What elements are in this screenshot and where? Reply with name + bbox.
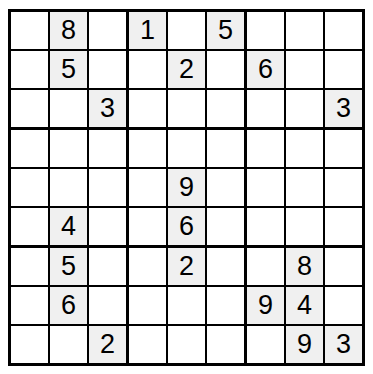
cell-r3c7[interactable]	[247, 90, 286, 130]
cell-r8c3[interactable]	[89, 287, 129, 326]
cell-r6c8[interactable]	[286, 208, 325, 248]
cell-r4c9[interactable]	[325, 130, 362, 169]
cell-r3c4[interactable]	[129, 90, 168, 130]
cell-r1c8[interactable]	[286, 12, 325, 51]
cell-r5c9[interactable]	[325, 169, 362, 208]
cell-r9c4[interactable]	[129, 326, 168, 363]
cell-r5c6[interactable]	[207, 169, 247, 208]
cell-r6c3[interactable]	[89, 208, 129, 248]
cell-r2c6[interactable]	[207, 51, 247, 90]
cell-r4c2[interactable]	[50, 130, 89, 169]
cell-r1c5[interactable]	[168, 12, 207, 51]
cell-r1c9[interactable]	[325, 12, 362, 51]
cell-r3c6[interactable]	[207, 90, 247, 130]
cell-r4c3[interactable]	[89, 130, 129, 169]
cell-r7c3[interactable]	[89, 248, 129, 287]
cell-r2c2[interactable]: 5	[50, 51, 89, 90]
cell-r6c9[interactable]	[325, 208, 362, 248]
cell-r5c5[interactable]: 9	[168, 169, 207, 208]
cell-r4c7[interactable]	[247, 130, 286, 169]
cell-r1c2[interactable]: 8	[50, 12, 89, 51]
cell-r2c4[interactable]	[129, 51, 168, 90]
cell-r2c8[interactable]	[286, 51, 325, 90]
cell-r4c8[interactable]	[286, 130, 325, 169]
cell-r4c6[interactable]	[207, 130, 247, 169]
cell-r9c8[interactable]: 9	[286, 326, 325, 363]
cell-r1c3[interactable]	[89, 12, 129, 51]
cell-r3c2[interactable]	[50, 90, 89, 130]
cell-r7c4[interactable]	[129, 248, 168, 287]
cell-r3c1[interactable]	[11, 90, 50, 130]
cell-r8c7[interactable]: 9	[247, 287, 286, 326]
cell-r7c9[interactable]	[325, 248, 362, 287]
cell-r8c9[interactable]	[325, 287, 362, 326]
cell-r9c5[interactable]	[168, 326, 207, 363]
cell-r1c4[interactable]: 1	[129, 12, 168, 51]
cell-r4c1[interactable]	[11, 130, 50, 169]
cell-r6c7[interactable]	[247, 208, 286, 248]
cell-r5c2[interactable]	[50, 169, 89, 208]
cell-r3c3[interactable]: 3	[89, 90, 129, 130]
cell-r4c4[interactable]	[129, 130, 168, 169]
cell-r5c8[interactable]	[286, 169, 325, 208]
cell-r7c8[interactable]: 8	[286, 248, 325, 287]
cell-r8c5[interactable]	[168, 287, 207, 326]
cell-r7c2[interactable]: 5	[50, 248, 89, 287]
cell-r6c4[interactable]	[129, 208, 168, 248]
cell-r2c7[interactable]: 6	[247, 51, 286, 90]
cell-r8c4[interactable]	[129, 287, 168, 326]
cell-r2c9[interactable]	[325, 51, 362, 90]
cell-r6c6[interactable]	[207, 208, 247, 248]
cell-r1c1[interactable]	[11, 12, 50, 51]
cell-r3c8[interactable]	[286, 90, 325, 130]
sudoku-board: 81552633946528694293	[8, 9, 365, 366]
cell-r6c1[interactable]	[11, 208, 50, 248]
cell-r5c4[interactable]	[129, 169, 168, 208]
cell-r2c5[interactable]: 2	[168, 51, 207, 90]
cell-r9c1[interactable]	[11, 326, 50, 363]
cell-r3c5[interactable]	[168, 90, 207, 130]
cell-r5c1[interactable]	[11, 169, 50, 208]
cell-r4c5[interactable]	[168, 130, 207, 169]
cell-r7c1[interactable]	[11, 248, 50, 287]
cell-r2c3[interactable]	[89, 51, 129, 90]
cell-r6c2[interactable]: 4	[50, 208, 89, 248]
cell-r9c3[interactable]: 2	[89, 326, 129, 363]
cell-r8c6[interactable]	[207, 287, 247, 326]
cell-r1c7[interactable]	[247, 12, 286, 51]
cell-r9c2[interactable]	[50, 326, 89, 363]
cell-r1c6[interactable]: 5	[207, 12, 247, 51]
cell-r7c6[interactable]	[207, 248, 247, 287]
cell-r8c1[interactable]	[11, 287, 50, 326]
cell-r5c7[interactable]	[247, 169, 286, 208]
cell-r8c8[interactable]: 4	[286, 287, 325, 326]
cell-r8c2[interactable]: 6	[50, 287, 89, 326]
cell-r2c1[interactable]	[11, 51, 50, 90]
cell-r3c9[interactable]: 3	[325, 90, 362, 130]
cell-r9c7[interactable]	[247, 326, 286, 363]
cell-r9c9[interactable]: 3	[325, 326, 362, 363]
cell-r7c5[interactable]: 2	[168, 248, 207, 287]
cell-r7c7[interactable]	[247, 248, 286, 287]
cell-r9c6[interactable]	[207, 326, 247, 363]
cell-r6c5[interactable]: 6	[168, 208, 207, 248]
cell-r5c3[interactable]	[89, 169, 129, 208]
